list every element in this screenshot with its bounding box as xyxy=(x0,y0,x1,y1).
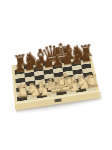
chess-set-photo: ♜♞♝♛♚♝♞♜♟♟♟♟♟♟♟♟♟♟♟♟♟♟♟♟♜♞♝♛♚♝♞♜ xyxy=(0,0,112,150)
clasp xyxy=(54,98,61,102)
chess-board: ♜♞♝♛♚♝♞♜♟♟♟♟♟♟♟♟♟♟♟♟♟♟♟♟♜♞♝♛♚♝♞♜ xyxy=(11,53,99,103)
